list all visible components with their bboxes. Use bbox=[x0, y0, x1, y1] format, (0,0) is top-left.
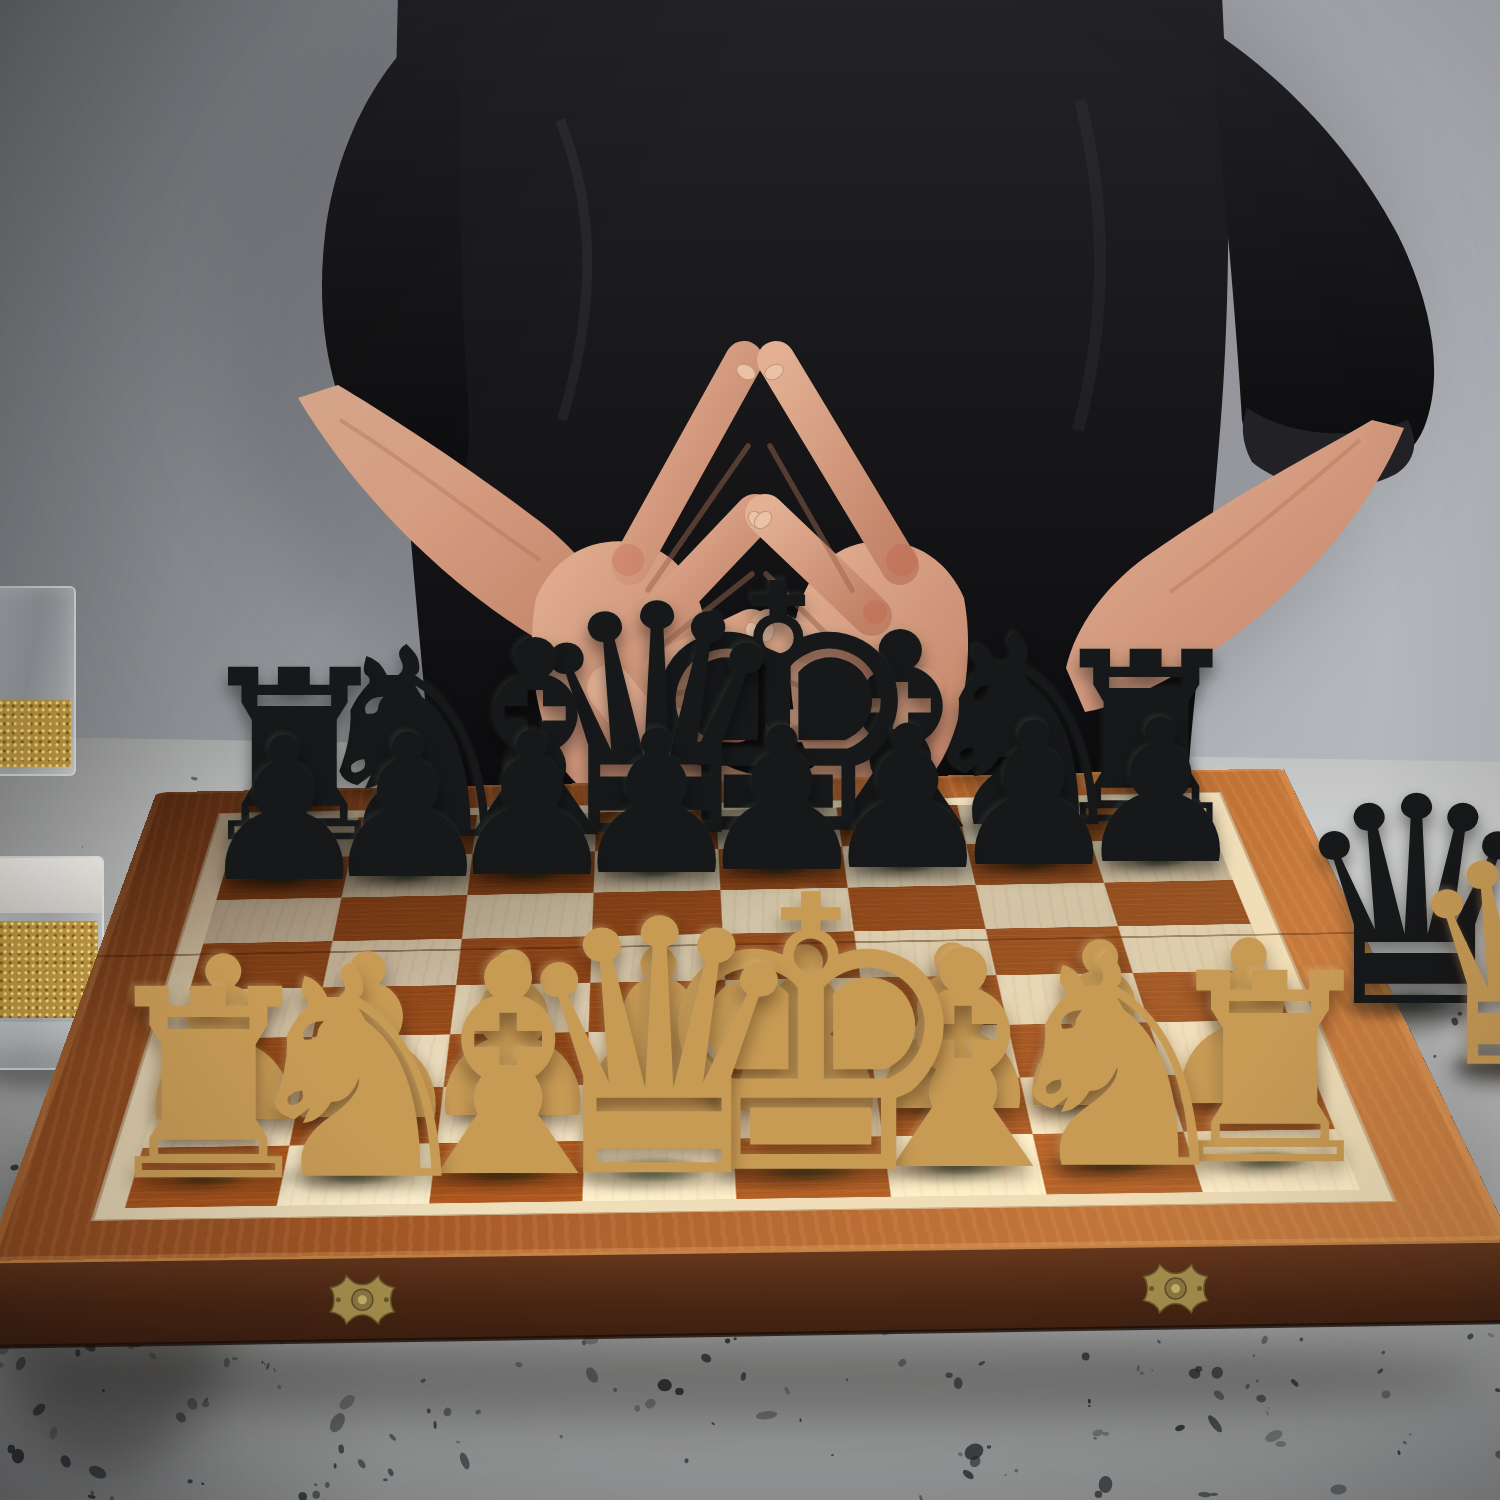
pieces-layer: ♜♞♝♛♚♝♞♜♟♟♟♟♟♟♟♟♟♟♟♟♟♟♟♟♜♞♝♛♚♝♞♜♛♛ bbox=[0, 0, 1500, 1500]
black-pawn-a7: ♟ bbox=[195, 712, 373, 910]
spare-white-queen: ♛ bbox=[1399, 817, 1500, 1109]
white-rook-a1: ♜ bbox=[91, 956, 326, 1218]
scene: ♜♞♝♛♚♝♞♜♟♟♟♟♟♟♟♟♟♟♟♟♟♟♟♟♜♞♝♛♚♝♞♜♛♛ bbox=[0, 0, 1500, 1500]
